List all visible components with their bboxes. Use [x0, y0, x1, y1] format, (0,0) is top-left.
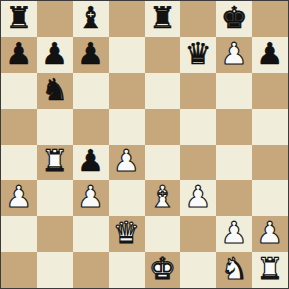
square-d2[interactable]: ♛	[109, 216, 145, 252]
black-queen: ♛	[185, 39, 212, 69]
black-rook: ♜	[149, 3, 176, 33]
square-f7[interactable]: ♛	[180, 37, 216, 73]
square-c8[interactable]: ♝	[73, 1, 109, 37]
square-a6[interactable]	[1, 73, 37, 109]
white-bishop: ♝	[149, 182, 176, 212]
white-rook: ♜	[41, 146, 68, 176]
square-b5[interactable]	[37, 109, 73, 145]
black-pawn: ♟	[5, 39, 32, 69]
square-h5[interactable]	[252, 109, 288, 145]
square-f3[interactable]: ♟	[180, 180, 216, 216]
white-pawn: ♟	[77, 182, 104, 212]
black-pawn: ♟	[77, 39, 104, 69]
square-g8[interactable]: ♚	[216, 1, 252, 37]
square-d1[interactable]	[109, 252, 145, 288]
square-b8[interactable]	[37, 1, 73, 37]
square-b2[interactable]	[37, 216, 73, 252]
white-knight: ♞	[221, 254, 248, 284]
square-e7[interactable]	[145, 37, 181, 73]
white-pawn: ♟	[221, 218, 248, 248]
black-bishop: ♝	[77, 3, 104, 33]
square-h4[interactable]	[252, 145, 288, 181]
square-f5[interactable]	[180, 109, 216, 145]
square-a5[interactable]	[1, 109, 37, 145]
square-g3[interactable]	[216, 180, 252, 216]
black-pawn: ♟	[77, 146, 104, 176]
square-g4[interactable]	[216, 145, 252, 181]
square-f6[interactable]	[180, 73, 216, 109]
square-f8[interactable]	[180, 1, 216, 37]
square-c6[interactable]	[73, 73, 109, 109]
square-b6[interactable]: ♞	[37, 73, 73, 109]
chess-board: ♜♝♜♚♟♟♟♛♟♟♞♜♟♟♟♟♝♟♛♟♟♚♞♜	[0, 0, 289, 289]
square-e4[interactable]	[145, 145, 181, 181]
square-a3[interactable]: ♟	[1, 180, 37, 216]
square-h1[interactable]: ♜	[252, 252, 288, 288]
white-pawn: ♟	[221, 39, 248, 69]
square-d4[interactable]: ♟	[109, 145, 145, 181]
square-a1[interactable]	[1, 252, 37, 288]
square-b4[interactable]: ♜	[37, 145, 73, 181]
square-e3[interactable]: ♝	[145, 180, 181, 216]
square-h7[interactable]: ♟	[252, 37, 288, 73]
square-e5[interactable]	[145, 109, 181, 145]
square-h3[interactable]	[252, 180, 288, 216]
white-queen: ♛	[113, 218, 140, 248]
square-g5[interactable]	[216, 109, 252, 145]
square-a2[interactable]	[1, 216, 37, 252]
square-e2[interactable]	[145, 216, 181, 252]
black-king: ♚	[221, 3, 248, 33]
white-rook: ♜	[257, 254, 284, 284]
square-b1[interactable]	[37, 252, 73, 288]
square-g1[interactable]: ♞	[216, 252, 252, 288]
square-f1[interactable]	[180, 252, 216, 288]
square-h8[interactable]	[252, 1, 288, 37]
white-king: ♚	[149, 254, 176, 284]
square-c3[interactable]: ♟	[73, 180, 109, 216]
square-a4[interactable]	[1, 145, 37, 181]
square-a8[interactable]: ♜	[1, 1, 37, 37]
square-c7[interactable]: ♟	[73, 37, 109, 73]
square-g2[interactable]: ♟	[216, 216, 252, 252]
square-d5[interactable]	[109, 109, 145, 145]
square-h6[interactable]	[252, 73, 288, 109]
square-e6[interactable]	[145, 73, 181, 109]
black-pawn: ♟	[41, 39, 68, 69]
square-f4[interactable]	[180, 145, 216, 181]
square-g6[interactable]	[216, 73, 252, 109]
square-a7[interactable]: ♟	[1, 37, 37, 73]
square-e1[interactable]: ♚	[145, 252, 181, 288]
square-d3[interactable]	[109, 180, 145, 216]
black-pawn: ♟	[257, 39, 284, 69]
square-b3[interactable]	[37, 180, 73, 216]
white-pawn: ♟	[5, 182, 32, 212]
square-e8[interactable]: ♜	[145, 1, 181, 37]
white-pawn: ♟	[113, 146, 140, 176]
square-c5[interactable]	[73, 109, 109, 145]
black-rook: ♜	[5, 3, 32, 33]
square-g7[interactable]: ♟	[216, 37, 252, 73]
square-d8[interactable]	[109, 1, 145, 37]
square-d6[interactable]	[109, 73, 145, 109]
white-pawn: ♟	[185, 182, 212, 212]
square-h2[interactable]: ♟	[252, 216, 288, 252]
square-d7[interactable]	[109, 37, 145, 73]
square-c4[interactable]: ♟	[73, 145, 109, 181]
square-c1[interactable]	[73, 252, 109, 288]
square-b7[interactable]: ♟	[37, 37, 73, 73]
black-knight: ♞	[41, 75, 68, 105]
square-f2[interactable]	[180, 216, 216, 252]
white-pawn: ♟	[257, 218, 284, 248]
square-c2[interactable]	[73, 216, 109, 252]
